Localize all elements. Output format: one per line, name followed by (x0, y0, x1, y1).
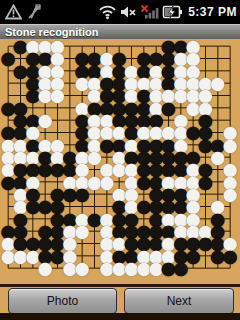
board-point[interactable]: ● (39, 65, 51, 77)
board-point[interactable]: ● (150, 77, 162, 89)
board-point[interactable]: ● (224, 126, 236, 138)
board-point[interactable] (113, 176, 125, 188)
board-point[interactable]: ● (51, 250, 63, 262)
board-point[interactable] (76, 250, 88, 262)
board-point[interactable]: ● (76, 151, 88, 163)
board-point[interactable]: ● (64, 262, 76, 274)
board-point[interactable]: ● (162, 52, 174, 64)
board-point[interactable] (138, 188, 150, 200)
board-point[interactable] (64, 126, 76, 138)
board-point[interactable]: ● (101, 102, 113, 114)
board-point[interactable]: ● (113, 77, 125, 89)
board-point[interactable]: ● (27, 77, 39, 89)
board-point[interactable]: ● (224, 237, 236, 249)
board-point[interactable]: ● (88, 176, 100, 188)
board-point[interactable]: ● (150, 114, 162, 126)
board-point[interactable]: ● (39, 89, 51, 101)
board-point[interactable]: ● (187, 65, 199, 77)
board-point[interactable] (212, 163, 224, 175)
board-point[interactable] (39, 213, 51, 225)
board-point[interactable] (187, 139, 199, 151)
board-point[interactable] (125, 52, 137, 64)
board-point[interactable] (224, 213, 236, 225)
board-point[interactable]: ● (51, 40, 63, 52)
board-point[interactable] (76, 40, 88, 52)
board-point[interactable] (51, 102, 63, 114)
board-point[interactable] (27, 225, 39, 237)
board-point[interactable] (88, 188, 100, 200)
board-point[interactable]: ● (162, 188, 174, 200)
board-point[interactable]: ● (175, 151, 187, 163)
board-point[interactable]: ● (113, 126, 125, 138)
board-point[interactable]: ● (88, 114, 100, 126)
board-point[interactable] (64, 114, 76, 126)
board-point[interactable] (27, 262, 39, 274)
board-point[interactable]: ● (125, 65, 137, 77)
board-point[interactable] (138, 40, 150, 52)
board-point[interactable]: ● (187, 250, 199, 262)
board-point[interactable]: ● (150, 151, 162, 163)
board-point[interactable] (224, 262, 236, 274)
board-point[interactable]: ● (162, 262, 174, 274)
board-point[interactable]: ● (113, 52, 125, 64)
board-point[interactable]: ● (175, 77, 187, 89)
board-point[interactable]: ● (199, 225, 211, 237)
board-point[interactable]: ● (2, 225, 14, 237)
board-point[interactable]: ● (14, 102, 26, 114)
board-point[interactable]: ● (39, 139, 51, 151)
board-point[interactable] (27, 213, 39, 225)
board-point[interactable]: ● (138, 237, 150, 249)
board-point[interactable]: ● (64, 213, 76, 225)
board-point[interactable] (64, 77, 76, 89)
board-point[interactable]: ● (150, 250, 162, 262)
board-point[interactable]: ● (125, 225, 137, 237)
board-point[interactable]: ● (14, 225, 26, 237)
board-point[interactable]: ● (162, 163, 174, 175)
board-point[interactable]: ● (150, 237, 162, 249)
board-point[interactable] (64, 200, 76, 212)
board-point[interactable] (199, 213, 211, 225)
board-point[interactable] (113, 40, 125, 52)
board-point[interactable]: ● (199, 139, 211, 151)
board-point[interactable] (14, 77, 26, 89)
board-point[interactable] (64, 40, 76, 52)
board-point[interactable]: ● (138, 114, 150, 126)
board-point[interactable] (101, 188, 113, 200)
board-point[interactable]: ● (101, 237, 113, 249)
board-point[interactable]: ● (187, 200, 199, 212)
board-point[interactable]: ● (27, 237, 39, 249)
board-point[interactable]: ● (125, 139, 137, 151)
board-point[interactable]: ● (162, 176, 174, 188)
board-point[interactable]: ● (175, 250, 187, 262)
board-point[interactable]: ● (64, 151, 76, 163)
board-point[interactable] (199, 188, 211, 200)
board-point[interactable]: ● (113, 237, 125, 249)
board-point[interactable]: ● (51, 213, 63, 225)
board-point[interactable]: ● (150, 126, 162, 138)
board-point[interactable]: ● (113, 213, 125, 225)
board-point[interactable] (76, 237, 88, 249)
board-point[interactable]: ● (2, 237, 14, 249)
board-point[interactable] (88, 250, 100, 262)
board-point[interactable]: ● (187, 213, 199, 225)
board-point[interactable]: ● (162, 126, 174, 138)
board-point[interactable] (64, 65, 76, 77)
board-point[interactable] (2, 262, 14, 274)
board-point[interactable]: ● (64, 250, 76, 262)
board-point[interactable]: ● (175, 139, 187, 151)
board-point[interactable] (212, 102, 224, 114)
board-point[interactable]: ● (101, 163, 113, 175)
board-point[interactable]: ● (212, 225, 224, 237)
board-point[interactable]: ● (113, 151, 125, 163)
board-point[interactable]: ● (138, 163, 150, 175)
board-point[interactable]: ● (150, 213, 162, 225)
board-point[interactable]: ● (187, 151, 199, 163)
board-point[interactable]: ● (125, 262, 137, 274)
board-point[interactable]: ● (101, 77, 113, 89)
board-point[interactable]: ● (39, 40, 51, 52)
board-point[interactable]: ● (162, 225, 174, 237)
board-point[interactable]: ● (88, 151, 100, 163)
board-point[interactable]: ● (175, 262, 187, 274)
board-point[interactable]: ● (101, 65, 113, 77)
board-point[interactable] (27, 102, 39, 114)
board-point[interactable] (101, 40, 113, 52)
board-point[interactable]: ● (27, 151, 39, 163)
board-point[interactable]: ● (76, 65, 88, 77)
board-point[interactable]: ● (39, 200, 51, 212)
board-point[interactable]: ● (125, 151, 137, 163)
board-point[interactable]: ● (39, 114, 51, 126)
board-point[interactable] (212, 65, 224, 77)
board-point[interactable]: ● (101, 250, 113, 262)
board-point[interactable] (212, 89, 224, 101)
board-point[interactable]: ● (199, 102, 211, 114)
board-point[interactable]: ● (14, 139, 26, 151)
board-point[interactable]: ● (76, 139, 88, 151)
board-point[interactable]: ● (162, 139, 174, 151)
board-point[interactable]: ● (138, 200, 150, 212)
board-point[interactable]: ● (150, 163, 162, 175)
board-point[interactable]: ● (175, 237, 187, 249)
board-point[interactable]: ● (138, 225, 150, 237)
board-point[interactable]: ● (138, 65, 150, 77)
board-point[interactable]: ● (125, 188, 137, 200)
board-point[interactable] (199, 250, 211, 262)
board-point[interactable]: ● (162, 102, 174, 114)
board-point[interactable] (150, 40, 162, 52)
board-point[interactable] (224, 65, 236, 77)
board-point[interactable]: ● (51, 151, 63, 163)
board-point[interactable]: ● (76, 102, 88, 114)
board-point[interactable] (224, 102, 236, 114)
board-point[interactable]: ● (27, 200, 39, 212)
board-point[interactable]: ● (125, 176, 137, 188)
board-point[interactable]: ● (76, 114, 88, 126)
board-point[interactable]: ● (88, 126, 100, 138)
board-point[interactable] (2, 77, 14, 89)
board-point[interactable]: ● (14, 213, 26, 225)
board-point[interactable]: ● (224, 250, 236, 262)
board-point[interactable]: ● (187, 188, 199, 200)
board-point[interactable]: ● (76, 163, 88, 175)
board-point[interactable] (51, 176, 63, 188)
board-point[interactable]: ● (64, 163, 76, 175)
board-point[interactable]: ● (14, 176, 26, 188)
board-point[interactable]: ● (125, 114, 137, 126)
board-point[interactable]: ● (51, 163, 63, 175)
board-point[interactable]: ● (101, 126, 113, 138)
board-point[interactable]: ● (199, 114, 211, 126)
board-point[interactable]: ● (162, 89, 174, 101)
board-point[interactable]: ● (101, 139, 113, 151)
board-point[interactable]: ● (76, 213, 88, 225)
board-point[interactable]: ● (27, 139, 39, 151)
board-point[interactable]: ● (39, 237, 51, 249)
board-point[interactable]: ● (150, 188, 162, 200)
board-point[interactable]: ● (162, 237, 174, 249)
board-point[interactable] (162, 114, 174, 126)
board-point[interactable]: ● (138, 250, 150, 262)
board-point[interactable]: ● (150, 139, 162, 151)
board-point[interactable]: ● (76, 176, 88, 188)
board-point[interactable]: ● (27, 65, 39, 77)
board-point[interactable] (2, 114, 14, 126)
board-point[interactable]: ● (51, 225, 63, 237)
board-point[interactable]: ● (39, 77, 51, 89)
board-point[interactable] (199, 200, 211, 212)
board-point[interactable] (2, 65, 14, 77)
board-point[interactable]: ● (187, 89, 199, 101)
board-point[interactable] (39, 126, 51, 138)
board-point[interactable]: ● (27, 89, 39, 101)
board-point[interactable]: ● (51, 188, 63, 200)
board-point[interactable]: ● (224, 139, 236, 151)
board-point[interactable]: ● (162, 40, 174, 52)
board-point[interactable]: ● (162, 151, 174, 163)
board-point[interactable]: ● (39, 250, 51, 262)
board-point[interactable] (64, 89, 76, 101)
board-point[interactable]: ● (51, 77, 63, 89)
board-point[interactable]: ● (101, 225, 113, 237)
photo-button[interactable]: Photo (8, 288, 117, 314)
board-point[interactable]: ● (113, 89, 125, 101)
board-point[interactable]: ● (14, 200, 26, 212)
board-point[interactable]: ● (14, 40, 26, 52)
board-point[interactable] (224, 40, 236, 52)
board-point[interactable] (101, 151, 113, 163)
board-point[interactable] (64, 102, 76, 114)
board-point[interactable] (212, 188, 224, 200)
board-point[interactable] (212, 126, 224, 138)
board-point[interactable]: ● (27, 114, 39, 126)
board-point[interactable]: ● (125, 126, 137, 138)
board-point[interactable]: ● (88, 89, 100, 101)
board-point[interactable]: ● (150, 176, 162, 188)
board-point[interactable]: ● (113, 200, 125, 212)
board-point[interactable]: ● (175, 114, 187, 126)
board-point[interactable]: ● (212, 139, 224, 151)
board-point[interactable]: ● (199, 237, 211, 249)
board-point[interactable]: ● (76, 77, 88, 89)
board-point[interactable]: ● (51, 139, 63, 151)
board-point[interactable] (51, 262, 63, 274)
board-point[interactable]: ● (175, 52, 187, 64)
board-point[interactable]: ● (14, 114, 26, 126)
board-point[interactable]: ● (27, 188, 39, 200)
board-point[interactable]: ● (150, 262, 162, 274)
board-point[interactable]: ● (51, 237, 63, 249)
board-point[interactable]: ● (162, 77, 174, 89)
board-point[interactable] (2, 213, 14, 225)
board-point[interactable]: ● (162, 250, 174, 262)
board-point[interactable]: ● (101, 262, 113, 274)
board-point[interactable] (2, 188, 14, 200)
board-point[interactable] (88, 200, 100, 212)
board-point[interactable]: ● (175, 176, 187, 188)
board-point[interactable]: ● (2, 176, 14, 188)
board-point[interactable]: ● (113, 262, 125, 274)
board-point[interactable]: ● (64, 176, 76, 188)
board-point[interactable]: ● (187, 77, 199, 89)
board-point[interactable]: ● (150, 52, 162, 64)
board-point[interactable]: ● (76, 52, 88, 64)
board-point[interactable]: ● (27, 40, 39, 52)
board-point[interactable] (88, 40, 100, 52)
next-button[interactable]: Next (124, 288, 234, 314)
board-point[interactable]: ● (14, 65, 26, 77)
board-point[interactable]: ● (39, 151, 51, 163)
board-point[interactable]: ● (88, 77, 100, 89)
board-point[interactable] (224, 89, 236, 101)
board-point[interactable]: ● (14, 250, 26, 262)
board-point[interactable]: ● (199, 176, 211, 188)
board-point[interactable]: ● (187, 237, 199, 249)
board-point[interactable]: ● (162, 213, 174, 225)
board-point[interactable]: ● (51, 65, 63, 77)
board-point[interactable]: ● (125, 77, 137, 89)
board-point[interactable]: ● (2, 52, 14, 64)
board-point[interactable]: ● (162, 65, 174, 77)
board-point[interactable]: ● (76, 188, 88, 200)
board-point[interactable] (199, 40, 211, 52)
board-point[interactable]: ● (125, 237, 137, 249)
board-point[interactable]: ● (88, 52, 100, 64)
board-point[interactable] (2, 200, 14, 212)
board-point[interactable]: ● (125, 213, 137, 225)
board-point[interactable] (224, 77, 236, 89)
board-point[interactable]: ● (187, 102, 199, 114)
board-point[interactable]: ● (212, 250, 224, 262)
board-point[interactable] (14, 262, 26, 274)
board-point[interactable]: ● (125, 250, 137, 262)
board-point[interactable]: ● (88, 213, 100, 225)
board-point[interactable]: ● (138, 139, 150, 151)
board-point[interactable]: ● (14, 188, 26, 200)
board-point[interactable]: ● (150, 102, 162, 114)
board-point[interactable]: ● (224, 163, 236, 175)
board-point[interactable]: ● (14, 151, 26, 163)
board-point[interactable]: ● (39, 52, 51, 64)
board-point[interactable]: ● (138, 102, 150, 114)
board-point[interactable] (224, 114, 236, 126)
board-point[interactable]: ● (113, 188, 125, 200)
board-point[interactable] (88, 225, 100, 237)
board-point[interactable]: ● (187, 163, 199, 175)
board-point[interactable]: ● (64, 188, 76, 200)
board-point[interactable]: ● (199, 126, 211, 138)
board-point[interactable]: ● (51, 89, 63, 101)
board-point[interactable] (39, 188, 51, 200)
board-point[interactable]: ● (2, 139, 14, 151)
board-point[interactable] (224, 200, 236, 212)
board-point[interactable] (64, 139, 76, 151)
board-point[interactable] (51, 114, 63, 126)
board-point[interactable]: ● (162, 200, 174, 212)
board-point[interactable]: ● (88, 102, 100, 114)
board-point[interactable]: ● (138, 52, 150, 64)
board-point[interactable]: ● (175, 126, 187, 138)
board-point[interactable] (224, 151, 236, 163)
board-point[interactable]: ● (14, 163, 26, 175)
board-point[interactable] (138, 213, 150, 225)
board-point[interactable]: ● (51, 200, 63, 212)
board-point[interactable] (212, 176, 224, 188)
board-point[interactable]: ● (39, 225, 51, 237)
board-point[interactable] (212, 52, 224, 64)
board-point[interactable]: ● (64, 237, 76, 249)
board-point[interactable]: ● (64, 225, 76, 237)
board-point[interactable]: ● (27, 163, 39, 175)
board-point[interactable]: ● (175, 40, 187, 52)
board-point[interactable]: ● (187, 225, 199, 237)
board-point[interactable]: ● (138, 77, 150, 89)
board-point[interactable]: ● (14, 126, 26, 138)
board-point[interactable]: ● (199, 163, 211, 175)
board-point[interactable]: ● (39, 163, 51, 175)
board-point[interactable]: ● (224, 176, 236, 188)
board-point[interactable]: ● (175, 225, 187, 237)
board-point[interactable]: ● (138, 126, 150, 138)
board-point[interactable] (212, 262, 224, 274)
board-point[interactable]: ● (212, 77, 224, 89)
board-point[interactable]: ● (76, 126, 88, 138)
board-point[interactable]: ● (175, 163, 187, 175)
board-point[interactable]: ● (175, 213, 187, 225)
board-point[interactable]: ● (175, 65, 187, 77)
board-point[interactable] (64, 52, 76, 64)
board-point[interactable]: ● (88, 139, 100, 151)
board-point[interactable] (187, 114, 199, 126)
board-point[interactable]: ● (101, 52, 113, 64)
board-point[interactable] (101, 200, 113, 212)
board-point[interactable] (199, 52, 211, 64)
board-point[interactable]: ● (125, 102, 137, 114)
board-point[interactable]: ● (113, 163, 125, 175)
board-point[interactable] (175, 102, 187, 114)
board-point[interactable]: ● (101, 213, 113, 225)
board-point[interactable]: ● (175, 200, 187, 212)
board-point[interactable] (88, 262, 100, 274)
board-point[interactable]: ● (150, 89, 162, 101)
board-point[interactable]: ● (2, 163, 14, 175)
board-point[interactable]: ● (101, 89, 113, 101)
board-point[interactable]: ● (138, 89, 150, 101)
board-point[interactable]: ● (199, 89, 211, 101)
